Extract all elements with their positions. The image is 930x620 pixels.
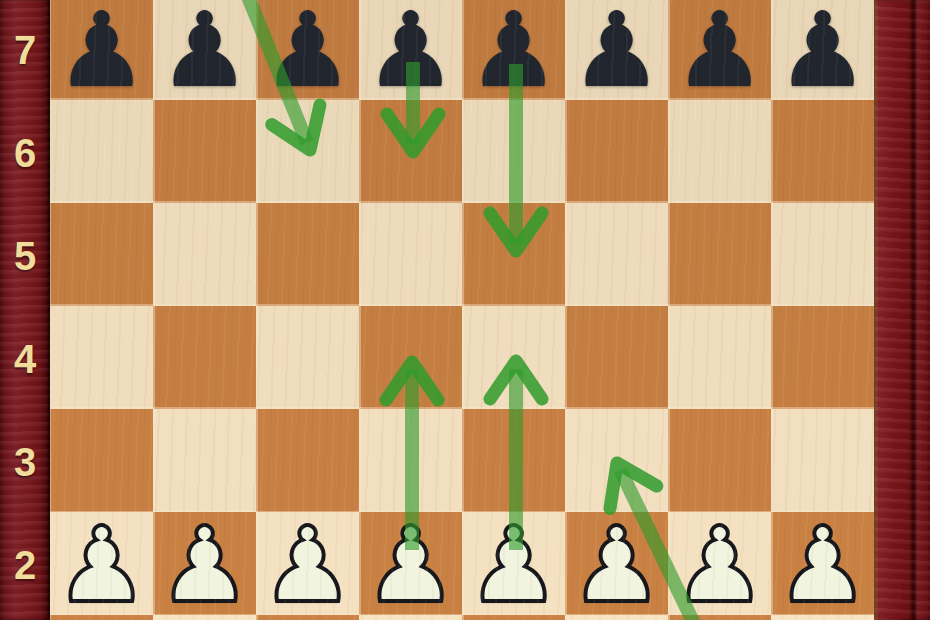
square-e1[interactable] bbox=[462, 615, 565, 620]
square-b4[interactable] bbox=[153, 306, 256, 409]
square-b7[interactable]: ♟ bbox=[153, 0, 256, 100]
chess-board-screen: ♟♟♟♟♟♟♟♟♟♟♟♟♟♟♟♟ 765432 bbox=[0, 0, 930, 620]
white-pawn-a2[interactable]: ♟ bbox=[55, 514, 148, 617]
square-b1[interactable] bbox=[153, 615, 256, 620]
white-pawn-e2[interactable]: ♟ bbox=[467, 514, 560, 617]
square-e6[interactable] bbox=[462, 100, 565, 203]
rank-label-7: 7 bbox=[0, 30, 50, 70]
square-c7[interactable]: ♟ bbox=[256, 0, 359, 100]
black-pawn-b7[interactable]: ♟ bbox=[158, 0, 251, 102]
square-d4[interactable] bbox=[359, 306, 462, 409]
square-g4[interactable] bbox=[668, 306, 771, 409]
square-e5[interactable] bbox=[462, 203, 565, 306]
square-c2[interactable]: ♟ bbox=[256, 512, 359, 615]
square-f3[interactable] bbox=[565, 409, 668, 512]
rank-label-3: 3 bbox=[0, 442, 50, 482]
white-pawn-f2[interactable]: ♟ bbox=[570, 514, 663, 617]
white-pawn-c2[interactable]: ♟ bbox=[261, 514, 354, 617]
square-f5[interactable] bbox=[565, 203, 668, 306]
square-e4[interactable] bbox=[462, 306, 565, 409]
square-c4[interactable] bbox=[256, 306, 359, 409]
rank-label-5: 5 bbox=[0, 236, 50, 276]
rank-label-2: 2 bbox=[0, 545, 50, 585]
black-pawn-g7[interactable]: ♟ bbox=[673, 0, 766, 102]
square-f2[interactable]: ♟ bbox=[565, 512, 668, 615]
square-e7[interactable]: ♟ bbox=[462, 0, 565, 100]
square-h7[interactable]: ♟ bbox=[771, 0, 874, 100]
square-a6[interactable] bbox=[50, 100, 153, 203]
square-d2[interactable]: ♟ bbox=[359, 512, 462, 615]
black-pawn-d7[interactable]: ♟ bbox=[364, 0, 457, 102]
black-pawn-h7[interactable]: ♟ bbox=[776, 0, 869, 102]
black-pawn-c7[interactable]: ♟ bbox=[261, 0, 354, 102]
square-d5[interactable] bbox=[359, 203, 462, 306]
square-d7[interactable]: ♟ bbox=[359, 0, 462, 100]
square-b6[interactable] bbox=[153, 100, 256, 203]
black-pawn-f7[interactable]: ♟ bbox=[570, 0, 663, 102]
square-f6[interactable] bbox=[565, 100, 668, 203]
square-a5[interactable] bbox=[50, 203, 153, 306]
white-pawn-d2[interactable]: ♟ bbox=[364, 514, 457, 617]
square-d3[interactable] bbox=[359, 409, 462, 512]
square-g5[interactable] bbox=[668, 203, 771, 306]
board-frame-right-rail bbox=[874, 0, 930, 620]
square-c1[interactable] bbox=[256, 615, 359, 620]
square-a7[interactable]: ♟ bbox=[50, 0, 153, 100]
black-pawn-a7[interactable]: ♟ bbox=[55, 0, 148, 102]
square-h6[interactable] bbox=[771, 100, 874, 203]
square-f4[interactable] bbox=[565, 306, 668, 409]
board-frame-left-rail bbox=[0, 0, 50, 620]
square-a2[interactable]: ♟ bbox=[50, 512, 153, 615]
square-e2[interactable]: ♟ bbox=[462, 512, 565, 615]
square-g1[interactable] bbox=[668, 615, 771, 620]
square-b2[interactable]: ♟ bbox=[153, 512, 256, 615]
square-h4[interactable] bbox=[771, 306, 874, 409]
square-h1[interactable] bbox=[771, 615, 874, 620]
square-b5[interactable] bbox=[153, 203, 256, 306]
rank-label-6: 6 bbox=[0, 133, 50, 173]
square-a1[interactable] bbox=[50, 615, 153, 620]
square-h3[interactable] bbox=[771, 409, 874, 512]
square-g3[interactable] bbox=[668, 409, 771, 512]
square-a4[interactable] bbox=[50, 306, 153, 409]
white-pawn-g2[interactable]: ♟ bbox=[673, 514, 766, 617]
square-g6[interactable] bbox=[668, 100, 771, 203]
square-c3[interactable] bbox=[256, 409, 359, 512]
square-c5[interactable] bbox=[256, 203, 359, 306]
square-a3[interactable] bbox=[50, 409, 153, 512]
square-f1[interactable] bbox=[565, 615, 668, 620]
rank-label-4: 4 bbox=[0, 339, 50, 379]
square-c6[interactable] bbox=[256, 100, 359, 203]
white-pawn-h2[interactable]: ♟ bbox=[776, 514, 869, 617]
black-pawn-e7[interactable]: ♟ bbox=[467, 0, 560, 102]
square-h5[interactable] bbox=[771, 203, 874, 306]
square-d1[interactable] bbox=[359, 615, 462, 620]
square-e3[interactable] bbox=[462, 409, 565, 512]
square-f7[interactable]: ♟ bbox=[565, 0, 668, 100]
chess-board: ♟♟♟♟♟♟♟♟♟♟♟♟♟♟♟♟ bbox=[50, 0, 874, 620]
square-g2[interactable]: ♟ bbox=[668, 512, 771, 615]
square-h2[interactable]: ♟ bbox=[771, 512, 874, 615]
square-b3[interactable] bbox=[153, 409, 256, 512]
white-pawn-b2[interactable]: ♟ bbox=[158, 514, 251, 617]
square-g7[interactable]: ♟ bbox=[668, 0, 771, 100]
square-d6[interactable] bbox=[359, 100, 462, 203]
